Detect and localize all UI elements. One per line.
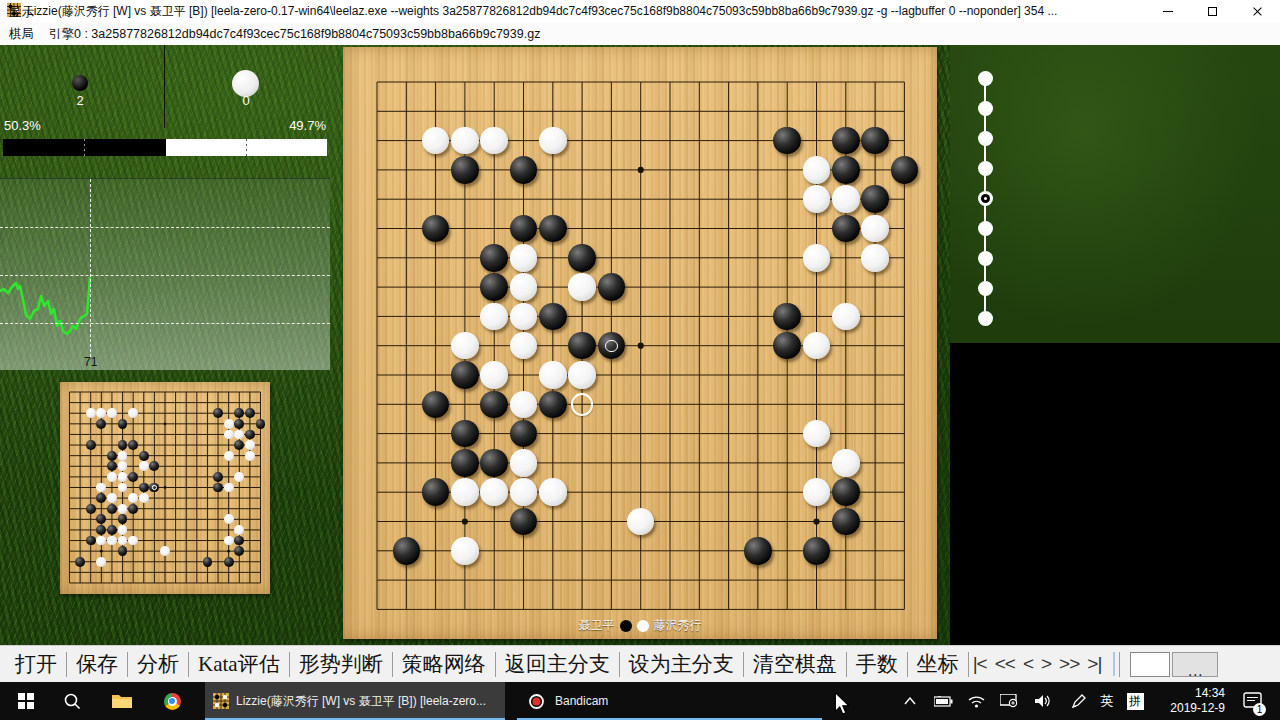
stone-white-c4-r15[interactable]	[451, 478, 479, 506]
winrate-bar-black	[3, 139, 166, 156]
stone-white-c16-r4[interactable]	[803, 156, 831, 184]
stone-white-c18-r6[interactable]	[245, 440, 255, 450]
winrate-tick-25	[84, 139, 85, 156]
capture-divider	[164, 45, 165, 128]
stone-black-c17-r15[interactable]	[832, 478, 860, 506]
stone-black-c9-r8[interactable]	[598, 273, 626, 301]
stone-black-c8-r10[interactable]	[568, 332, 596, 360]
clock-time: 14:34	[1170, 686, 1225, 701]
stone-black-c3-r6[interactable]	[86, 440, 96, 450]
white-capture-count: 0	[226, 93, 266, 108]
coordinates-button[interactable]: 坐标	[908, 650, 968, 678]
last-move-marker	[152, 485, 156, 489]
stone-white-c6-r8[interactable]	[510, 273, 538, 301]
stone-black-c14-r17[interactable]	[203, 557, 213, 567]
stone-white-c6-r15[interactable]	[510, 478, 538, 506]
back-10-button[interactable]: <<	[991, 653, 1019, 675]
taskbar: Lizzie(藤沢秀行 [W] vs 聂卫平 [B]) [leela-zero.…	[0, 682, 1280, 720]
right-blank-panel	[950, 343, 1280, 645]
monitor-icon	[1000, 694, 1018, 708]
bottom-toolbar: 打开保存分析Kata评估形势判断策略网络返回主分支设为主分支清空棋盘手数坐标|<…	[0, 645, 1280, 682]
move-number-button[interactable]: 手数	[847, 650, 907, 678]
title-bar: Lizzie(藤沢秀行 [W] vs 聂卫平 [B]) [leela-zero-…	[0, 0, 1280, 23]
stone-black-c8-r7[interactable]	[568, 244, 596, 272]
stone-white-c17-r9[interactable]	[832, 303, 860, 331]
stone-black-c3-r12[interactable]	[86, 504, 96, 514]
black-capture-stone-icon	[72, 75, 88, 91]
stone-black-c3-r15[interactable]	[86, 536, 96, 546]
ime-pinyin-label: 拼	[1127, 693, 1144, 710]
action-center-button[interactable]: 1	[1234, 682, 1272, 720]
thumbnail-board[interactable]	[60, 382, 270, 594]
stone-black-c7-r12[interactable]	[128, 504, 138, 514]
notification-badge: 1	[1253, 703, 1266, 716]
battery-icon	[934, 696, 953, 707]
stone-white-c8-r8[interactable]	[139, 461, 149, 471]
graph-current-move-line	[90, 179, 91, 357]
stone-black-c16-r17[interactable]	[803, 537, 831, 565]
file-explorer-button[interactable]	[102, 682, 142, 720]
stone-black-c4-r14[interactable]	[451, 449, 479, 477]
chevron-up-icon	[904, 697, 916, 705]
stone-black-c18-r3[interactable]	[861, 127, 889, 155]
stone-white-c4-r3[interactable]	[451, 127, 479, 155]
stone-black-c18-r5[interactable]	[245, 430, 255, 440]
window-title: Lizzie(藤沢秀行 [W] vs 聂卫平 [B]) [leela-zero-…	[27, 3, 1145, 20]
stone-white-c4-r17[interactable]	[451, 537, 479, 565]
stone-black-c5-r7[interactable]	[480, 244, 508, 272]
toolbar-separator	[1119, 652, 1120, 677]
stone-white-c5-r11[interactable]	[480, 361, 508, 389]
stone-white-c8-r8[interactable]	[568, 273, 596, 301]
stone-white-c5-r11[interactable]	[107, 493, 117, 503]
tree-node-0[interactable]	[978, 71, 993, 86]
forward-1-button[interactable]: >	[1037, 653, 1055, 675]
maximize-icon	[1208, 7, 1217, 16]
stone-black-c15-r9[interactable]	[213, 472, 223, 482]
stone-white-c17-r14[interactable]	[832, 449, 860, 477]
stone-white-c7-r3[interactable]	[539, 127, 567, 155]
toolbar-color-mark	[1113, 652, 1115, 676]
stone-white-c5-r3[interactable]	[480, 127, 508, 155]
stone-black-c4-r11[interactable]	[451, 361, 479, 389]
stone-black-c19-r4[interactable]	[256, 419, 266, 429]
players-caption: 聂卫平 藤沢秀行	[343, 617, 937, 634]
return-main-branch-button[interactable]: 返回主分支	[496, 650, 619, 678]
stone-white-c6-r14[interactable]	[118, 525, 128, 535]
stone-black-c7-r9[interactable]	[539, 303, 567, 331]
winrate-bar	[3, 139, 327, 156]
white-player-name: 藤沢秀行	[654, 617, 702, 634]
stone-white-c7-r15[interactable]	[539, 478, 567, 506]
stone-black-c7-r12[interactable]	[539, 391, 567, 419]
more-options-button[interactable]: …	[1172, 652, 1218, 677]
stone-white-c16-r10[interactable]	[224, 483, 234, 493]
stone-white-c7-r11[interactable]	[539, 361, 567, 389]
suggested-move-ring[interactable]	[571, 393, 594, 416]
stone-black-c17-r6[interactable]	[832, 215, 860, 243]
main-go-board[interactable]: 聂卫平 藤沢秀行	[343, 47, 937, 639]
stone-white-c17-r5[interactable]	[832, 185, 860, 213]
graph-gridline-25	[0, 323, 330, 324]
speaker-icon	[1035, 694, 1052, 708]
forward-10-button[interactable]: >>	[1055, 653, 1083, 675]
territory-judge-button[interactable]: 形势判断	[290, 650, 392, 678]
maximize-button[interactable]	[1190, 0, 1235, 23]
stone-black-c5-r7[interactable]	[107, 451, 117, 461]
tree-node-3[interactable]	[978, 161, 993, 176]
clear-board-button[interactable]: 清空棋盘	[744, 650, 846, 678]
stone-white-c6-r9[interactable]	[118, 472, 128, 482]
stone-black-c5-r12[interactable]	[480, 391, 508, 419]
minimize-button[interactable]	[1145, 0, 1190, 23]
stone-black-c4-r13[interactable]	[451, 420, 479, 448]
engine-status: 引擎0 : 3a25877826812db94dc7c4f93cec75c168…	[43, 26, 540, 43]
stone-white-c8-r11[interactable]	[568, 361, 596, 389]
stone-white-c17-r14[interactable]	[234, 525, 244, 535]
stone-black-c17-r6[interactable]	[234, 440, 244, 450]
stone-white-c16-r15[interactable]	[803, 478, 831, 506]
stone-black-c2-r17[interactable]	[75, 557, 85, 567]
tree-node-4-current[interactable]	[978, 191, 993, 206]
stone-white-c6-r7[interactable]	[510, 244, 538, 272]
stone-white-c8-r11[interactable]	[139, 493, 149, 503]
stone-black-c14-r17[interactable]	[744, 537, 772, 565]
go-to-start-button[interactable]: |<	[969, 653, 991, 675]
application-window: Lizzie(藤沢秀行 [W] vs 聂卫平 [B]) [leela-zero-…	[0, 0, 1280, 720]
graph-gridline-75	[0, 227, 330, 228]
stone-black-c17-r4[interactable]	[234, 419, 244, 429]
bandicam-task-label: Bandicam	[555, 694, 608, 708]
start-button[interactable]	[6, 682, 46, 720]
stone-black-c8-r10[interactable]	[139, 483, 149, 493]
stone-black-c15-r3[interactable]	[773, 127, 801, 155]
set-main-branch-button[interactable]: 设为主分支	[620, 650, 743, 678]
graph-move-number: 71	[84, 355, 97, 369]
windows-logo-icon	[18, 693, 34, 709]
stone-white-c16-r4[interactable]	[224, 419, 234, 429]
black-winrate-label: 50.3%	[4, 118, 41, 134]
ime-english-label: 英	[1101, 692, 1114, 710]
pen-icon	[1071, 694, 1086, 709]
stone-black-c4-r14[interactable]	[96, 525, 106, 535]
stone-white-c4-r17[interactable]	[96, 557, 106, 567]
stone-black-c18-r5[interactable]	[861, 185, 889, 213]
stone-white-c3-r3[interactable]	[86, 408, 96, 418]
close-icon	[1252, 6, 1263, 17]
minimize-icon	[1163, 11, 1173, 12]
stone-black-c17-r4[interactable]	[832, 156, 860, 184]
stone-white-c16-r7[interactable]	[803, 244, 831, 272]
stone-white-c4-r10[interactable]	[451, 332, 479, 360]
folder-icon	[112, 693, 132, 709]
taskbar-search-button[interactable]	[52, 682, 92, 720]
tray-pen[interactable]	[1062, 682, 1094, 720]
stone-black-c4-r4[interactable]	[451, 156, 479, 184]
move-input-box[interactable]	[1130, 652, 1170, 677]
stone-white-c6-r12[interactable]	[510, 391, 538, 419]
stone-black-c16-r17[interactable]	[224, 557, 234, 567]
stone-white-c16-r13[interactable]	[224, 514, 234, 524]
chrome-icon	[164, 693, 181, 710]
menu-bar: 文件显示棋局分析设置 引擎0 : 3a25877826812db94dc7c4f…	[0, 23, 1280, 45]
stone-white-c5-r9[interactable]	[480, 303, 508, 331]
stone-black-c17-r3[interactable]	[832, 127, 860, 155]
lizzie-task-icon	[213, 693, 229, 709]
stone-white-c5-r3[interactable]	[107, 408, 117, 418]
tree-node-2[interactable]	[978, 131, 993, 146]
stone-white-c5-r15[interactable]	[480, 478, 508, 506]
stone-black-c7-r6[interactable]	[128, 440, 138, 450]
stone-white-c6-r7[interactable]	[118, 451, 128, 461]
stone-black-c5-r14[interactable]	[107, 525, 117, 535]
taskbar-clock[interactable]: 14:34 2019-12-9	[1170, 686, 1225, 716]
stone-white-c6-r14[interactable]	[510, 449, 538, 477]
stone-white-c16-r5[interactable]	[224, 430, 234, 440]
variation-tree-panel[interactable]	[950, 45, 1280, 343]
mouse-cursor	[833, 692, 851, 720]
stone-black-c7-r9[interactable]	[128, 472, 138, 482]
stone-black-c19-r4[interactable]	[891, 156, 919, 184]
lizzie-task-label: Lizzie(藤沢秀行 [W] vs 聂卫平 [B]) [leela-zero.…	[236, 693, 486, 710]
close-button[interactable]	[1235, 0, 1280, 23]
stone-black-c2-r17[interactable]	[393, 537, 421, 565]
stone-white-c18-r7[interactable]	[861, 244, 889, 272]
stone-white-c17-r9[interactable]	[234, 472, 244, 482]
menu-item-1[interactable]: 显示	[0, 1, 43, 23]
bandicam-icon	[527, 692, 546, 711]
stone-black-c15-r9[interactable]	[773, 303, 801, 331]
stone-white-c5-r15[interactable]	[107, 536, 117, 546]
stone-black-c4-r4[interactable]	[96, 419, 106, 429]
tray-volume[interactable]	[1027, 682, 1059, 720]
stone-black-c8-r7[interactable]	[139, 451, 149, 461]
clock-date: 2019-12-9	[1170, 701, 1225, 716]
black-dot-icon	[620, 620, 632, 632]
winrate-graph[interactable]: 71	[0, 178, 330, 370]
stone-black-c18-r3[interactable]	[245, 408, 255, 418]
stone-black-c5-r8[interactable]	[107, 461, 117, 471]
last-move-marker	[605, 340, 617, 352]
ime-pinyin-button[interactable]: 拼	[1122, 682, 1148, 720]
analyze-button[interactable]: 分析	[128, 650, 188, 678]
open-button[interactable]: 打开	[6, 650, 66, 678]
wifi-icon	[968, 695, 985, 708]
stone-white-c18-r7[interactable]	[245, 451, 255, 461]
tray-battery[interactable]	[928, 682, 958, 720]
back-1-button[interactable]: <	[1019, 653, 1037, 675]
taskbar-task-lizzie[interactable]: Lizzie(藤沢秀行 [W] vs 聂卫平 [B]) [leela-zero.…	[205, 682, 505, 720]
black-capture-count: 2	[60, 93, 100, 108]
stone-white-c6-r12[interactable]	[118, 504, 128, 514]
stone-black-c3-r15[interactable]	[422, 478, 450, 506]
stone-black-c15-r3[interactable]	[213, 408, 223, 418]
menu-item-2[interactable]: 棋局	[0, 23, 43, 45]
tree-node-7[interactable]	[978, 281, 993, 296]
search-icon	[63, 692, 81, 710]
stone-white-c16-r7[interactable]	[224, 451, 234, 461]
tree-node-8[interactable]	[978, 311, 993, 326]
stone-white-c16-r15[interactable]	[224, 536, 234, 546]
winrate-tick-75	[246, 139, 247, 156]
stone-black-c6-r4[interactable]	[510, 156, 538, 184]
go-to-end-button[interactable]: >|	[1083, 653, 1105, 675]
winrate-bar-white	[166, 139, 327, 156]
tray-display[interactable]	[993, 682, 1025, 720]
stone-black-c17-r16[interactable]	[832, 508, 860, 536]
tray-wifi[interactable]	[961, 682, 991, 720]
tree-node-5[interactable]	[978, 221, 993, 236]
black-player-name: 聂卫平	[579, 617, 615, 634]
stone-black-c5-r8[interactable]	[480, 273, 508, 301]
stone-white-c16-r5[interactable]	[803, 185, 831, 213]
ime-language-button[interactable]: 英	[1094, 682, 1120, 720]
tree-node-6[interactable]	[978, 251, 993, 266]
save-button[interactable]: 保存	[67, 650, 127, 678]
stone-black-c7-r6[interactable]	[539, 215, 567, 243]
graph-gridline-50	[0, 275, 330, 276]
policy-network-button[interactable]: 策略网络	[393, 650, 495, 678]
white-winrate-label: 49.7%	[289, 118, 326, 134]
stone-black-c15-r10[interactable]	[213, 483, 223, 493]
stone-white-c5-r9[interactable]	[107, 472, 117, 482]
tray-expand-button[interactable]	[895, 682, 925, 720]
kata-eval-button[interactable]: Kata评估	[189, 650, 289, 678]
stone-white-c18-r6[interactable]	[861, 215, 889, 243]
white-dot-icon	[637, 620, 649, 632]
tree-node-1[interactable]	[978, 101, 993, 116]
stone-black-c5-r14[interactable]	[480, 449, 508, 477]
stone-white-c7-r11[interactable]	[128, 493, 138, 503]
chrome-button[interactable]	[152, 682, 192, 720]
stone-black-c6-r4[interactable]	[118, 419, 128, 429]
main-area: 2 0 50.3% 49.7% 71	[0, 45, 1280, 645]
taskbar-task-bandicam[interactable]: Bandicam	[517, 682, 822, 720]
stone-black-c5-r12[interactable]	[107, 504, 117, 514]
stone-white-c10-r16[interactable]	[160, 546, 170, 556]
